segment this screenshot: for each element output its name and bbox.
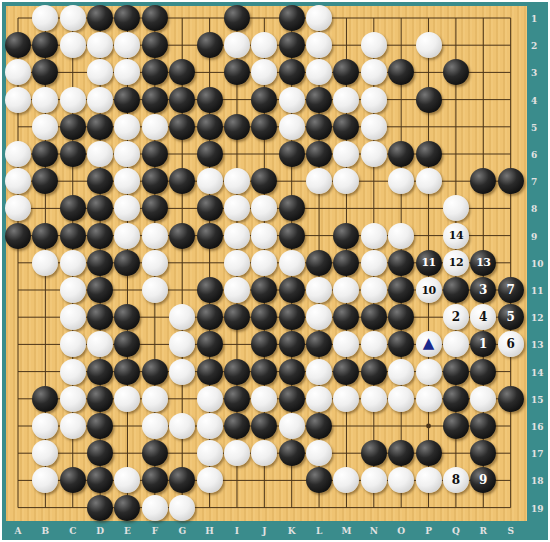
- white-stone-L14[interactable]: [306, 359, 332, 385]
- black-stone-H12[interactable]: [197, 304, 223, 330]
- column-label-F: F: [145, 526, 165, 536]
- column-label-Q: Q: [446, 526, 466, 536]
- move-10-stone-P11[interactable]: 10: [416, 277, 442, 303]
- column-label-B: B: [35, 526, 55, 536]
- white-stone-A7[interactable]: [5, 168, 31, 194]
- black-stone-N17[interactable]: [361, 440, 387, 466]
- white-stone-I2[interactable]: [224, 32, 250, 58]
- black-stone-D19[interactable]: [87, 495, 113, 521]
- move-number-label: 8: [452, 474, 460, 486]
- black-stone-H14[interactable]: [197, 359, 223, 385]
- white-stone-C15[interactable]: [60, 386, 86, 412]
- white-stone-B4[interactable]: [32, 87, 58, 113]
- white-stone-N3[interactable]: [361, 59, 387, 85]
- black-stone-A2[interactable]: [5, 32, 31, 58]
- row-label-11: 11: [531, 286, 549, 296]
- black-stone-I12[interactable]: [224, 304, 250, 330]
- white-stone-C11[interactable]: [60, 277, 86, 303]
- black-stone-H11[interactable]: [197, 277, 223, 303]
- black-stone-K3[interactable]: [279, 59, 305, 85]
- black-stone-O6[interactable]: [388, 141, 414, 167]
- white-stone-A6[interactable]: [5, 141, 31, 167]
- white-stone-F5[interactable]: [142, 114, 168, 140]
- black-stone-D9[interactable]: [87, 223, 113, 249]
- white-stone-L1[interactable]: [306, 5, 332, 31]
- black-stone-I16[interactable]: [224, 413, 250, 439]
- white-stone-F19[interactable]: [142, 495, 168, 521]
- move-number-label: 1: [479, 338, 487, 350]
- move-14-stone-Q9[interactable]: 14: [443, 223, 469, 249]
- row-label-17: 17: [531, 449, 549, 459]
- triangle-marked-stone-P13[interactable]: ▲: [416, 331, 442, 357]
- white-stone-R15[interactable]: [470, 386, 496, 412]
- white-stone-M4[interactable]: [333, 87, 359, 113]
- white-stone-C4[interactable]: [60, 87, 86, 113]
- black-stone-N12[interactable]: [361, 304, 387, 330]
- white-stone-H16[interactable]: [197, 413, 223, 439]
- black-stone-Q11[interactable]: [443, 277, 469, 303]
- black-stone-F7[interactable]: [142, 168, 168, 194]
- move-number-label: 5: [506, 311, 514, 323]
- black-stone-I14[interactable]: [224, 359, 250, 385]
- black-stone-Q15[interactable]: [443, 386, 469, 412]
- white-stone-P15[interactable]: [416, 386, 442, 412]
- move-number-label: 7: [506, 284, 514, 296]
- move-number-label: 6: [506, 338, 514, 350]
- column-label-D: D: [90, 526, 110, 536]
- black-stone-C8[interactable]: [60, 195, 86, 221]
- column-label-O: O: [391, 526, 411, 536]
- black-stone-L4[interactable]: [306, 87, 332, 113]
- white-stone-F9[interactable]: [142, 223, 168, 249]
- column-label-L: L: [309, 526, 329, 536]
- column-label-A: A: [8, 526, 28, 536]
- black-stone-Q14[interactable]: [443, 359, 469, 385]
- row-label-10: 10: [531, 259, 549, 269]
- black-stone-H8[interactable]: [197, 195, 223, 221]
- white-stone-K4[interactable]: [279, 87, 305, 113]
- white-stone-F10[interactable]: [142, 250, 168, 276]
- white-stone-C16[interactable]: [60, 413, 86, 439]
- column-label-N: N: [364, 526, 384, 536]
- white-stone-C13[interactable]: [60, 331, 86, 357]
- white-stone-P18[interactable]: [416, 467, 442, 493]
- white-stone-I11[interactable]: [224, 277, 250, 303]
- go-board-screenshot: 141112131037245▲1689 ABCDEFGHIJKLMNOPQRS…: [0, 0, 550, 542]
- black-stone-G9[interactable]: [169, 223, 195, 249]
- black-stone-Q16[interactable]: [443, 413, 469, 439]
- move-number-label: 4: [479, 311, 487, 323]
- white-stone-C10[interactable]: [60, 250, 86, 276]
- black-stone-D5[interactable]: [87, 114, 113, 140]
- column-label-S: S: [501, 526, 521, 536]
- black-stone-H5[interactable]: [197, 114, 223, 140]
- white-stone-H17[interactable]: [197, 440, 223, 466]
- column-label-I: I: [227, 526, 247, 536]
- move-11-stone-P10[interactable]: 11: [416, 250, 442, 276]
- move-number-label: 14: [449, 230, 463, 241]
- black-stone-E14[interactable]: [114, 359, 140, 385]
- white-stone-I9[interactable]: [224, 223, 250, 249]
- move-number-label: 10: [421, 285, 435, 296]
- move-12-stone-Q10[interactable]: 12: [443, 250, 469, 276]
- black-stone-D16[interactable]: [87, 413, 113, 439]
- column-label-R: R: [473, 526, 493, 536]
- black-stone-K17[interactable]: [279, 440, 305, 466]
- black-stone-F2[interactable]: [142, 32, 168, 58]
- row-label-9: 9: [531, 232, 549, 242]
- black-stone-C18[interactable]: [60, 467, 86, 493]
- black-stone-C5[interactable]: [60, 114, 86, 140]
- black-stone-F17[interactable]: [142, 440, 168, 466]
- triangle-marker-icon: ▲: [423, 336, 435, 351]
- row-label-2: 2: [531, 41, 549, 51]
- row-label-5: 5: [531, 123, 549, 133]
- row-label-12: 12: [531, 313, 549, 323]
- black-stone-C6[interactable]: [60, 141, 86, 167]
- black-stone-D1[interactable]: [87, 5, 113, 31]
- white-stone-N4[interactable]: [361, 87, 387, 113]
- white-stone-G19[interactable]: [169, 495, 195, 521]
- column-label-K: K: [282, 526, 302, 536]
- black-stone-F6[interactable]: [142, 141, 168, 167]
- black-stone-I5[interactable]: [224, 114, 250, 140]
- black-stone-D14[interactable]: [87, 359, 113, 385]
- black-stone-P4[interactable]: [416, 87, 442, 113]
- black-stone-F1[interactable]: [142, 5, 168, 31]
- white-stone-I10[interactable]: [224, 250, 250, 276]
- white-stone-L15[interactable]: [306, 386, 332, 412]
- row-label-8: 8: [531, 204, 549, 214]
- row-label-15: 15: [531, 395, 549, 405]
- white-stone-F11[interactable]: [142, 277, 168, 303]
- move-number-label: 11: [421, 257, 435, 268]
- black-stone-K13[interactable]: [279, 331, 305, 357]
- move-number-label: 13: [476, 257, 490, 268]
- row-label-1: 1: [531, 14, 549, 24]
- white-stone-L11[interactable]: [306, 277, 332, 303]
- black-stone-A9[interactable]: [5, 223, 31, 249]
- white-stone-O14[interactable]: [388, 359, 414, 385]
- move-number-label: 3: [479, 284, 487, 296]
- row-label-13: 13: [531, 340, 549, 350]
- white-stone-C12[interactable]: [60, 304, 86, 330]
- white-stone-N15[interactable]: [361, 386, 387, 412]
- white-stone-J10[interactable]: [251, 250, 277, 276]
- black-stone-G4[interactable]: [169, 87, 195, 113]
- black-stone-P6[interactable]: [416, 141, 442, 167]
- black-stone-B9[interactable]: [32, 223, 58, 249]
- black-stone-F14[interactable]: [142, 359, 168, 385]
- black-stone-O10[interactable]: [388, 250, 414, 276]
- black-stone-M9[interactable]: [333, 223, 359, 249]
- row-label-19: 19: [531, 504, 549, 514]
- move-13-stone-R10[interactable]: 13: [470, 250, 496, 276]
- move-number-label: 2: [452, 311, 460, 323]
- move-5-stone-S12[interactable]: 5: [498, 304, 524, 330]
- white-stone-C2[interactable]: [60, 32, 86, 58]
- black-stone-K11[interactable]: [279, 277, 305, 303]
- black-stone-C9[interactable]: [60, 223, 86, 249]
- column-label-H: H: [200, 526, 220, 536]
- black-stone-K1[interactable]: [279, 5, 305, 31]
- black-stone-D10[interactable]: [87, 250, 113, 276]
- white-stone-D4[interactable]: [87, 87, 113, 113]
- white-stone-B5[interactable]: [32, 114, 58, 140]
- black-stone-L5[interactable]: [306, 114, 332, 140]
- black-stone-K15[interactable]: [279, 386, 305, 412]
- white-stone-H7[interactable]: [197, 168, 223, 194]
- black-stone-O11[interactable]: [388, 277, 414, 303]
- white-stone-C1[interactable]: [60, 5, 86, 31]
- white-stone-P2[interactable]: [416, 32, 442, 58]
- row-label-18: 18: [531, 476, 549, 486]
- white-stone-P7[interactable]: [416, 168, 442, 194]
- row-label-6: 6: [531, 150, 549, 160]
- column-label-J: J: [254, 526, 274, 536]
- black-stone-M14[interactable]: [333, 359, 359, 385]
- white-stone-K10[interactable]: [279, 250, 305, 276]
- move-6-stone-S13[interactable]: 6: [498, 331, 524, 357]
- white-stone-N11[interactable]: [361, 277, 387, 303]
- white-stone-J15[interactable]: [251, 386, 277, 412]
- white-stone-K16[interactable]: [279, 413, 305, 439]
- row-label-14: 14: [531, 368, 549, 378]
- white-stone-P14[interactable]: [416, 359, 442, 385]
- white-stone-F16[interactable]: [142, 413, 168, 439]
- black-stone-K12[interactable]: [279, 304, 305, 330]
- black-stone-G5[interactable]: [169, 114, 195, 140]
- black-stone-D15[interactable]: [87, 386, 113, 412]
- column-label-M: M: [336, 526, 356, 536]
- white-stone-H15[interactable]: [197, 386, 223, 412]
- white-stone-N10[interactable]: [361, 250, 387, 276]
- white-stone-O9[interactable]: [388, 223, 414, 249]
- black-stone-B15[interactable]: [32, 386, 58, 412]
- move-number-label: 12: [449, 257, 463, 268]
- black-stone-L16[interactable]: [306, 413, 332, 439]
- move-2-stone-Q12[interactable]: 2: [443, 304, 469, 330]
- move-7-stone-S11[interactable]: 7: [498, 277, 524, 303]
- white-stone-N2[interactable]: [361, 32, 387, 58]
- black-stone-D11[interactable]: [87, 277, 113, 303]
- row-label-4: 4: [531, 96, 549, 106]
- black-stone-H13[interactable]: [197, 331, 223, 357]
- black-stone-S15[interactable]: [498, 386, 524, 412]
- white-stone-F15[interactable]: [142, 386, 168, 412]
- column-label-C: C: [63, 526, 83, 536]
- black-stone-J5[interactable]: [251, 114, 277, 140]
- black-stone-S7[interactable]: [498, 168, 524, 194]
- column-label-G: G: [172, 526, 192, 536]
- row-label-3: 3: [531, 68, 549, 78]
- row-label-7: 7: [531, 177, 549, 187]
- black-stone-P17[interactable]: [416, 440, 442, 466]
- black-stone-K8[interactable]: [279, 195, 305, 221]
- white-stone-N9[interactable]: [361, 223, 387, 249]
- black-stone-K2[interactable]: [279, 32, 305, 58]
- move-number-label: 9: [479, 474, 487, 486]
- black-stone-H9[interactable]: [197, 223, 223, 249]
- black-stone-H2[interactable]: [197, 32, 223, 58]
- black-stone-F4[interactable]: [142, 87, 168, 113]
- black-stone-H4[interactable]: [197, 87, 223, 113]
- black-stone-K6[interactable]: [279, 141, 305, 167]
- white-stone-N13[interactable]: [361, 331, 387, 357]
- column-label-E: E: [117, 526, 137, 536]
- white-stone-D6[interactable]: [87, 141, 113, 167]
- black-stone-L6[interactable]: [306, 141, 332, 167]
- column-label-P: P: [419, 526, 439, 536]
- black-stone-K14[interactable]: [279, 359, 305, 385]
- black-stone-I1[interactable]: [224, 5, 250, 31]
- black-stone-J4[interactable]: [251, 87, 277, 113]
- black-stone-H6[interactable]: [197, 141, 223, 167]
- black-stone-N14[interactable]: [361, 359, 387, 385]
- white-stone-C14[interactable]: [60, 359, 86, 385]
- white-stone-I7[interactable]: [224, 168, 250, 194]
- white-stone-I17[interactable]: [224, 440, 250, 466]
- black-stone-E4[interactable]: [114, 87, 140, 113]
- black-stone-K9[interactable]: [279, 223, 305, 249]
- white-stone-N6[interactable]: [361, 141, 387, 167]
- white-stone-O15[interactable]: [388, 386, 414, 412]
- black-stone-J14[interactable]: [251, 359, 277, 385]
- row-label-16: 16: [531, 422, 549, 432]
- black-stone-R14[interactable]: [470, 359, 496, 385]
- black-stone-I15[interactable]: [224, 386, 250, 412]
- black-stone-E19[interactable]: [114, 495, 140, 521]
- white-stone-B10[interactable]: [32, 250, 58, 276]
- white-stone-E9[interactable]: [114, 223, 140, 249]
- white-stone-J9[interactable]: [251, 223, 277, 249]
- white-stone-A4[interactable]: [5, 87, 31, 113]
- white-stone-N5[interactable]: [361, 114, 387, 140]
- white-stone-H18[interactable]: [197, 467, 223, 493]
- black-stone-L10[interactable]: [306, 250, 332, 276]
- white-stone-G14[interactable]: [169, 359, 195, 385]
- white-stone-K5[interactable]: [279, 114, 305, 140]
- white-stone-N18[interactable]: [361, 467, 387, 493]
